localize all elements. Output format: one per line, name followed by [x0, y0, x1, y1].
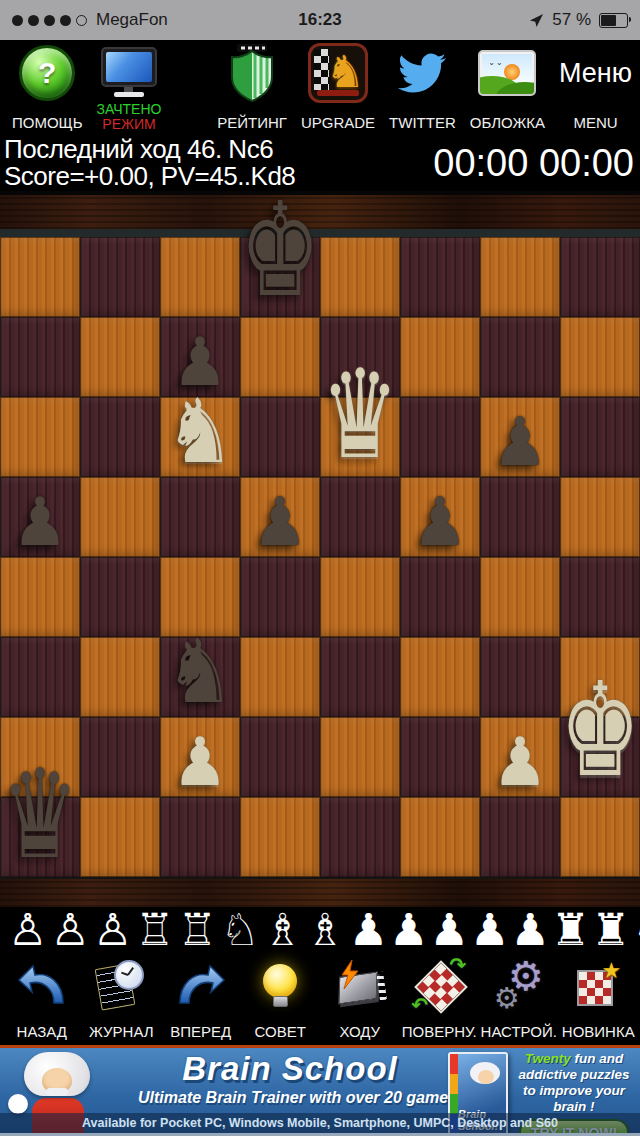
- square-d5[interactable]: ♟: [240, 477, 320, 557]
- square-e6[interactable]: ♛: [320, 397, 400, 477]
- square-f4[interactable]: [400, 557, 480, 637]
- captured-piece-left-3: ♖: [135, 908, 174, 952]
- whats-new-button[interactable]: ★ НОВИНКА: [559, 957, 639, 1045]
- square-g1[interactable]: [480, 797, 560, 877]
- square-f1[interactable]: [400, 797, 480, 877]
- square-b4[interactable]: [80, 557, 160, 637]
- ad-promo-text: Twenty fun and addictive puzzles to impr…: [512, 1051, 636, 1115]
- menu-label: MENU: [573, 114, 617, 131]
- square-c3[interactable]: ♞: [160, 637, 240, 717]
- captured-piece-left-5: ♘: [220, 908, 259, 952]
- back-button[interactable]: НАЗАД: [2, 957, 82, 1045]
- captured-piece-right-0: ♟: [349, 908, 388, 952]
- square-h7[interactable]: [560, 317, 640, 397]
- square-f8[interactable]: [400, 237, 480, 317]
- ad-subtitle: Ultimate Brain Trainer with over 20 game…: [138, 1088, 442, 1108]
- rotate-board-icon: ↷ ↶: [412, 959, 466, 1011]
- location-arrow-icon: [529, 13, 544, 28]
- square-g3[interactable]: [480, 637, 560, 717]
- settings-button[interactable]: ⚙ ⚙ НАСТРОЙ.: [479, 957, 559, 1045]
- square-h8[interactable]: [560, 237, 640, 317]
- captured-piece-left-6: ♗: [263, 908, 302, 952]
- square-d3[interactable]: [240, 637, 320, 717]
- lightbulb-icon: [263, 964, 297, 1007]
- square-g7[interactable]: [480, 317, 560, 397]
- square-e4[interactable]: [320, 557, 400, 637]
- captured-white-tray: ♙♙♙♖♖♘♗♗: [8, 908, 348, 952]
- ad-banner[interactable]: Brain School Ultimate Brain Trainer with…: [0, 1045, 640, 1136]
- square-a3[interactable]: [0, 637, 80, 717]
- square-b7[interactable]: [80, 317, 160, 397]
- square-c2[interactable]: ♟: [160, 717, 240, 797]
- captured-piece-right-1: ♟: [389, 908, 428, 952]
- square-g2[interactable]: ♟: [480, 717, 560, 797]
- new-star-board-icon: ★: [573, 960, 623, 1010]
- square-h2[interactable]: ♚: [560, 717, 640, 797]
- square-e1[interactable]: [320, 797, 400, 877]
- captured-black-tray: ♟♟♟♟♟♜♜♞♝♝: [348, 908, 640, 952]
- game-clocks: 00:00 00:00: [433, 142, 634, 185]
- gears-icon: ⚙ ⚙: [492, 959, 546, 1011]
- cover-button[interactable]: ⌄⌄ ОБЛОЖКА: [470, 44, 545, 135]
- square-c5[interactable]: [160, 477, 240, 557]
- status-bar: MegaFon 16:23 57 %: [0, 0, 640, 40]
- help-button[interactable]: ? ПОМОЩЬ: [12, 44, 83, 135]
- ad-platforms-text: Available for Pocket PC, Windows Mobile,…: [0, 1113, 640, 1133]
- last-move-text: Последний ход 46. Nc6: [4, 136, 295, 163]
- redo-arrow-icon: [175, 957, 227, 1013]
- twitter-label: TWITTER: [389, 114, 456, 131]
- square-c6[interactable]: ♞: [160, 397, 240, 477]
- carrier-label: MegaFon: [96, 10, 168, 30]
- piece-white-knight-c6[interactable]: ♞: [165, 387, 235, 476]
- captured-piece-left-4: ♖: [178, 908, 217, 952]
- captured-piece-right-2: ♟: [430, 908, 469, 952]
- menu-title: Меню: [559, 47, 632, 99]
- square-c1[interactable]: [160, 797, 240, 877]
- square-a7[interactable]: [0, 317, 80, 397]
- upgrade-button[interactable]: ♞ UPGRADE: [301, 44, 375, 135]
- ad-title: Brain School: [138, 1050, 442, 1088]
- piece-black-pawn-g6[interactable]: ♟: [492, 409, 548, 476]
- square-d8[interactable]: ♚: [240, 237, 320, 317]
- square-c8[interactable]: [160, 237, 240, 317]
- captured-piece-right-3: ♟: [470, 908, 509, 952]
- signal-strength-icon: [12, 15, 87, 26]
- undo-arrow-icon: [16, 957, 68, 1013]
- square-f2[interactable]: [400, 717, 480, 797]
- square-d1[interactable]: [240, 797, 320, 877]
- square-e8[interactable]: [320, 237, 400, 317]
- captured-pieces-bar: ♙♙♙♖♖♘♗♗ ♟♟♟♟♟♜♜♞♝♝: [0, 905, 640, 955]
- square-f5[interactable]: ♟: [400, 477, 480, 557]
- clock-time: 16:23: [298, 10, 341, 30]
- square-h5[interactable]: [560, 477, 640, 557]
- journal-button[interactable]: ЖУРНАЛ: [82, 957, 162, 1045]
- chess-board: ♚♟♞♛♟♟♟♟♞♟♟♚♛: [0, 195, 640, 905]
- piece-black-knight-c3[interactable]: ♞: [165, 627, 235, 716]
- square-h4[interactable]: [560, 557, 640, 637]
- square-g6[interactable]: ♟: [480, 397, 560, 477]
- square-b1[interactable]: [80, 797, 160, 877]
- square-a5[interactable]: ♟: [0, 477, 80, 557]
- square-a1[interactable]: ♛: [0, 797, 80, 877]
- square-d6[interactable]: [240, 397, 320, 477]
- cpu-chip-icon: [333, 962, 387, 1008]
- hint-button[interactable]: СОВЕТ: [241, 957, 321, 1045]
- help-label: ПОМОЩЬ: [12, 114, 83, 131]
- square-e2[interactable]: [320, 717, 400, 797]
- battery-percent-label: 57 %: [552, 10, 591, 30]
- flip-board-button[interactable]: ↷ ↶ ПОВЕРНУ.: [400, 957, 480, 1045]
- board-frame-bottom: [0, 877, 640, 907]
- square-e5[interactable]: [320, 477, 400, 557]
- captured-piece-right-6: ♜: [591, 908, 630, 952]
- captured-piece-left-1: ♙: [50, 908, 89, 952]
- captured-piece-left-7: ♗: [305, 908, 344, 952]
- square-g5[interactable]: [480, 477, 560, 557]
- captured-piece-left-0: ♙: [8, 908, 47, 952]
- battery-icon: [599, 13, 628, 28]
- picture-icon: ⌄⌄: [478, 50, 536, 96]
- piece-black-pawn-f5[interactable]: ♟: [412, 489, 468, 556]
- move-button[interactable]: ХОДУ: [320, 957, 400, 1045]
- square-f6[interactable]: [400, 397, 480, 477]
- twitter-bird-icon: [394, 49, 450, 97]
- cover-label: ОБЛОЖКА: [470, 114, 545, 131]
- mode-label-bottom: РЕЖИМ: [102, 117, 155, 131]
- square-b5[interactable]: [80, 477, 160, 557]
- top-toolbar: ? ПОМОЩЬ ЗАЧТЕНО РЕЖИМ: [0, 40, 640, 135]
- captured-piece-left-2: ♙: [93, 908, 132, 952]
- square-b3[interactable]: [80, 637, 160, 717]
- piece-black-pawn-a5[interactable]: ♟: [12, 489, 68, 556]
- mode-label-top: ЗАЧТЕНО: [97, 103, 162, 116]
- chess-app-screen: MegaFon 16:23 57 % ? ПОМОЩЬ ЗАЧТЕНО РЕЖИ…: [0, 0, 640, 1136]
- square-a4[interactable]: [0, 557, 80, 637]
- square-h1[interactable]: [560, 797, 640, 877]
- forward-button[interactable]: ВПЕРЕД: [161, 957, 241, 1045]
- captured-piece-right-4: ♟: [510, 908, 549, 952]
- piece-white-pawn-g2[interactable]: ♟: [492, 729, 548, 796]
- square-d2[interactable]: [240, 717, 320, 797]
- square-g4[interactable]: [480, 557, 560, 637]
- square-h6[interactable]: [560, 397, 640, 477]
- menu-button[interactable]: Меню MENU: [559, 44, 632, 135]
- square-b8[interactable]: [80, 237, 160, 317]
- captured-piece-right-5: ♜: [551, 908, 590, 952]
- twitter-button[interactable]: TWITTER: [389, 44, 456, 135]
- piece-white-queen-e6[interactable]: ♛: [321, 353, 398, 476]
- board-grid: ♚♟♞♛♟♟♟♟♞♟♟♚♛: [0, 237, 640, 877]
- upgrade-label: UPGRADE: [301, 114, 375, 131]
- piece-black-pawn-d5[interactable]: ♟: [252, 489, 308, 556]
- captured-piece-right-7: ♞: [632, 908, 640, 952]
- mode-button[interactable]: ЗАЧТЕНО РЕЖИМ: [97, 44, 162, 135]
- square-g8[interactable]: [480, 237, 560, 317]
- square-d4[interactable]: [240, 557, 320, 637]
- bottom-toolbar: НАЗАД ЖУРНАЛ ВПЕРЕД СОВЕТ: [0, 955, 640, 1045]
- square-d7[interactable]: [240, 317, 320, 397]
- piece-white-king-h2[interactable]: ♚: [560, 666, 640, 796]
- upgrade-horse-icon: ♞: [308, 43, 368, 103]
- rating-button[interactable]: РЕЙТИНГ: [217, 44, 287, 135]
- square-a8[interactable]: [0, 237, 80, 317]
- shield-icon: [228, 44, 276, 102]
- monitor-icon: [101, 47, 157, 99]
- square-b2[interactable]: [80, 717, 160, 797]
- piece-black-queen-a1[interactable]: ♛: [1, 753, 78, 876]
- square-e3[interactable]: [320, 637, 400, 717]
- rating-label: РЕЙТИНГ: [217, 114, 287, 131]
- piece-black-king-d8[interactable]: ♚: [240, 186, 321, 316]
- square-a6[interactable]: [0, 397, 80, 477]
- notes-clock-icon: [96, 960, 146, 1010]
- piece-white-pawn-c2[interactable]: ♟: [172, 729, 228, 796]
- help-question-icon: ?: [19, 45, 75, 101]
- square-b6[interactable]: [80, 397, 160, 477]
- square-f3[interactable]: [400, 637, 480, 717]
- square-f7[interactable]: [400, 317, 480, 397]
